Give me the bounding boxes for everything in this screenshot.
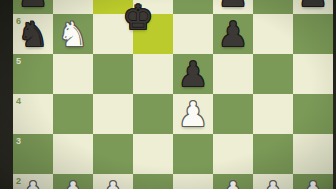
square-d5[interactable]: [133, 54, 173, 94]
frame-left-band: [0, 0, 13, 189]
square-h6[interactable]: [293, 14, 333, 54]
rank-label-3: 3: [16, 136, 21, 146]
square-g6[interactable]: [253, 14, 293, 54]
square-e5[interactable]: ♟: [173, 54, 213, 94]
square-b3[interactable]: [53, 134, 93, 174]
square-g4[interactable]: [253, 94, 293, 134]
square-c2[interactable]: ♟: [93, 174, 133, 189]
square-e7[interactable]: [173, 0, 213, 14]
square-g2[interactable]: ♟: [253, 174, 293, 189]
piece-black-knight-a6[interactable]: ♞: [13, 14, 53, 54]
square-d3[interactable]: [133, 134, 173, 174]
piece-white-pawn-c2[interactable]: ♟: [93, 174, 133, 189]
square-f5[interactable]: [213, 54, 253, 94]
square-a4[interactable]: 4: [13, 94, 53, 134]
square-b5[interactable]: [53, 54, 93, 94]
square-f6[interactable]: ♟: [213, 14, 253, 54]
square-e6[interactable]: [173, 14, 213, 54]
square-e3[interactable]: [173, 134, 213, 174]
black-king-animating-c7-to-d6[interactable]: ♚: [118, 0, 158, 37]
square-b4[interactable]: [53, 94, 93, 134]
rank-label-4: 4: [16, 96, 21, 106]
square-g5[interactable]: [253, 54, 293, 94]
piece-white-pawn-b2[interactable]: ♟: [53, 174, 93, 189]
chess-board: ♚ ♟♟♟6♞♞♟5♟4♟32♟♟♟♟♟♟: [13, 0, 333, 189]
square-f3[interactable]: [213, 134, 253, 174]
square-f4[interactable]: [213, 94, 253, 134]
piece-white-pawn-g2[interactable]: ♟: [253, 174, 293, 189]
square-f2[interactable]: ♟: [213, 174, 253, 189]
square-c3[interactable]: [93, 134, 133, 174]
square-c4[interactable]: [93, 94, 133, 134]
square-b2[interactable]: ♟: [53, 174, 93, 189]
piece-white-pawn-f2[interactable]: ♟: [213, 174, 253, 189]
square-h2[interactable]: ♟: [293, 174, 333, 189]
square-a6[interactable]: 6♞: [13, 14, 53, 54]
square-d4[interactable]: [133, 94, 173, 134]
square-d2[interactable]: [133, 174, 173, 189]
board-viewport: ♚ ♟♟♟6♞♞♟5♟4♟32♟♟♟♟♟♟: [0, 0, 336, 189]
piece-black-pawn-f7[interactable]: ♟: [213, 0, 253, 14]
square-a7[interactable]: ♟: [13, 0, 53, 14]
piece-white-knight-b6[interactable]: ♞: [53, 14, 93, 54]
square-h3[interactable]: [293, 134, 333, 174]
square-c5[interactable]: [93, 54, 133, 94]
square-e2[interactable]: [173, 174, 213, 189]
square-a5[interactable]: 5: [13, 54, 53, 94]
square-g3[interactable]: [253, 134, 293, 174]
square-a2[interactable]: 2♟: [13, 174, 53, 189]
square-b6[interactable]: ♞: [53, 14, 93, 54]
square-b7[interactable]: [53, 0, 93, 14]
piece-black-pawn-a7[interactable]: ♟: [13, 0, 53, 14]
square-e4[interactable]: ♟: [173, 94, 213, 134]
rank-label-5: 5: [16, 56, 21, 66]
piece-white-pawn-h2[interactable]: ♟: [293, 174, 333, 189]
piece-black-pawn-e5[interactable]: ♟: [173, 54, 213, 94]
square-f7[interactable]: ♟: [213, 0, 253, 14]
square-g7[interactable]: [253, 0, 293, 14]
piece-white-pawn-e4[interactable]: ♟: [173, 94, 213, 134]
square-h5[interactable]: [293, 54, 333, 94]
square-h7[interactable]: ♟: [293, 0, 333, 14]
piece-black-pawn-h7[interactable]: ♟: [293, 0, 333, 14]
square-a3[interactable]: 3: [13, 134, 53, 174]
square-h4[interactable]: [293, 94, 333, 134]
piece-black-pawn-f6[interactable]: ♟: [213, 14, 253, 54]
piece-white-pawn-a2[interactable]: ♟: [13, 174, 53, 189]
